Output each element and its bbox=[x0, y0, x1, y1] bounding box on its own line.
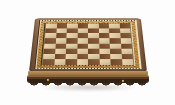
walnut-frame bbox=[29, 18, 147, 72]
board-square bbox=[76, 59, 87, 65]
mosaic-border-inner bbox=[40, 23, 135, 66]
checkerboard-grid bbox=[42, 23, 133, 65]
mosaic-border-outer bbox=[34, 20, 141, 69]
case-front bbox=[27, 71, 149, 93]
wave-molding bbox=[27, 75, 149, 83]
brass-latch-left bbox=[47, 79, 50, 82]
board-square bbox=[42, 59, 54, 65]
board-perspective-wrap bbox=[29, 0, 147, 72]
board-square bbox=[99, 59, 110, 65]
board-square bbox=[110, 59, 122, 65]
board-square bbox=[121, 59, 133, 65]
board-square bbox=[88, 59, 99, 65]
board-square bbox=[53, 59, 65, 65]
product-photo bbox=[0, 0, 175, 105]
board-square bbox=[65, 59, 76, 65]
case-front-lip bbox=[28, 71, 148, 75]
chess-board bbox=[29, 18, 147, 72]
amber-inlay-band bbox=[36, 21, 139, 68]
brass-latch-right bbox=[122, 80, 125, 83]
